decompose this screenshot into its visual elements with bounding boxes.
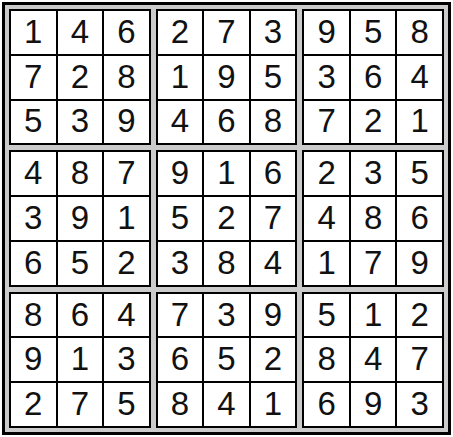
cell-r6c8[interactable]: 7 bbox=[350, 241, 397, 286]
cell-r9c2[interactable]: 7 bbox=[57, 382, 104, 427]
cell-r3c4[interactable]: 4 bbox=[157, 100, 204, 145]
box-r1c1: 916527384 bbox=[156, 150, 298, 286]
cell-r3c8[interactable]: 2 bbox=[350, 100, 397, 145]
box-r1c0: 487391652 bbox=[9, 150, 151, 286]
cell-r1c5[interactable]: 7 bbox=[203, 10, 250, 55]
cell-r1c6[interactable]: 3 bbox=[250, 10, 297, 55]
cell-r3c2[interactable]: 3 bbox=[57, 100, 104, 145]
box-r0c2: 958364721 bbox=[302, 9, 444, 145]
cell-r2c4[interactable]: 1 bbox=[157, 55, 204, 100]
cell-r6c1[interactable]: 6 bbox=[10, 241, 57, 286]
cell-r8c7[interactable]: 8 bbox=[303, 337, 350, 382]
cell-r6c6[interactable]: 4 bbox=[250, 241, 297, 286]
cell-r1c1[interactable]: 1 bbox=[10, 10, 57, 55]
cell-r7c1[interactable]: 8 bbox=[10, 293, 57, 338]
cell-r3c1[interactable]: 5 bbox=[10, 100, 57, 145]
cell-r8c4[interactable]: 6 bbox=[157, 337, 204, 382]
cell-r8c8[interactable]: 4 bbox=[350, 337, 397, 382]
cell-r2c1[interactable]: 7 bbox=[10, 55, 57, 100]
cell-r8c6[interactable]: 2 bbox=[250, 337, 297, 382]
box-r0c0: 146728539 bbox=[9, 9, 151, 145]
cell-r8c5[interactable]: 5 bbox=[203, 337, 250, 382]
cell-r1c3[interactable]: 6 bbox=[103, 10, 150, 55]
cell-r7c8[interactable]: 1 bbox=[350, 293, 397, 338]
sudoku-board-frame: 1467285392731954689583647214873916529165… bbox=[2, 2, 451, 435]
cell-r9c5[interactable]: 4 bbox=[203, 382, 250, 427]
cell-r3c3[interactable]: 9 bbox=[103, 100, 150, 145]
cell-r5c2[interactable]: 9 bbox=[57, 196, 104, 241]
cell-r4c4[interactable]: 9 bbox=[157, 151, 204, 196]
box-r2c0: 864913275 bbox=[9, 292, 151, 428]
cell-r2c7[interactable]: 3 bbox=[303, 55, 350, 100]
cell-r9c9[interactable]: 3 bbox=[396, 382, 443, 427]
sudoku-board: 1467285392731954689583647214873916529165… bbox=[9, 9, 444, 428]
cell-r4c6[interactable]: 6 bbox=[250, 151, 297, 196]
cell-r4c7[interactable]: 2 bbox=[303, 151, 350, 196]
cell-r5c7[interactable]: 4 bbox=[303, 196, 350, 241]
cell-r6c3[interactable]: 2 bbox=[103, 241, 150, 286]
cell-r7c9[interactable]: 2 bbox=[396, 293, 443, 338]
cell-r7c2[interactable]: 6 bbox=[57, 293, 104, 338]
cell-r8c1[interactable]: 9 bbox=[10, 337, 57, 382]
box-r2c1: 739652841 bbox=[156, 292, 298, 428]
cell-r6c7[interactable]: 1 bbox=[303, 241, 350, 286]
cell-r4c5[interactable]: 1 bbox=[203, 151, 250, 196]
box-r0c1: 273195468 bbox=[156, 9, 298, 145]
cell-r9c6[interactable]: 1 bbox=[250, 382, 297, 427]
cell-r2c5[interactable]: 9 bbox=[203, 55, 250, 100]
cell-r5c8[interactable]: 8 bbox=[350, 196, 397, 241]
cell-r9c3[interactable]: 5 bbox=[103, 382, 150, 427]
cell-r7c3[interactable]: 4 bbox=[103, 293, 150, 338]
cell-r3c7[interactable]: 7 bbox=[303, 100, 350, 145]
cell-r1c9[interactable]: 8 bbox=[396, 10, 443, 55]
cell-r9c8[interactable]: 9 bbox=[350, 382, 397, 427]
cell-r2c3[interactable]: 8 bbox=[103, 55, 150, 100]
cell-r1c8[interactable]: 5 bbox=[350, 10, 397, 55]
cell-r6c9[interactable]: 9 bbox=[396, 241, 443, 286]
cell-r3c9[interactable]: 1 bbox=[396, 100, 443, 145]
cell-r4c1[interactable]: 4 bbox=[10, 151, 57, 196]
cell-r9c1[interactable]: 2 bbox=[10, 382, 57, 427]
cell-r8c2[interactable]: 1 bbox=[57, 337, 104, 382]
cell-r9c7[interactable]: 6 bbox=[303, 382, 350, 427]
cell-r2c6[interactable]: 5 bbox=[250, 55, 297, 100]
cell-r9c4[interactable]: 8 bbox=[157, 382, 204, 427]
cell-r6c4[interactable]: 3 bbox=[157, 241, 204, 286]
cell-r6c5[interactable]: 8 bbox=[203, 241, 250, 286]
cell-r3c6[interactable]: 8 bbox=[250, 100, 297, 145]
box-r1c2: 235486179 bbox=[302, 150, 444, 286]
cell-r1c2[interactable]: 4 bbox=[57, 10, 104, 55]
cell-r7c6[interactable]: 9 bbox=[250, 293, 297, 338]
cell-r5c6[interactable]: 7 bbox=[250, 196, 297, 241]
cell-r5c1[interactable]: 3 bbox=[10, 196, 57, 241]
cell-r8c3[interactable]: 3 bbox=[103, 337, 150, 382]
cell-r4c2[interactable]: 8 bbox=[57, 151, 104, 196]
cell-r2c8[interactable]: 6 bbox=[350, 55, 397, 100]
cell-r2c9[interactable]: 4 bbox=[396, 55, 443, 100]
cell-r4c3[interactable]: 7 bbox=[103, 151, 150, 196]
cell-r5c9[interactable]: 6 bbox=[396, 196, 443, 241]
cell-r4c9[interactable]: 5 bbox=[396, 151, 443, 196]
cell-r2c2[interactable]: 2 bbox=[57, 55, 104, 100]
cell-r7c5[interactable]: 3 bbox=[203, 293, 250, 338]
cell-r3c5[interactable]: 6 bbox=[203, 100, 250, 145]
cell-r1c7[interactable]: 9 bbox=[303, 10, 350, 55]
cell-r1c4[interactable]: 2 bbox=[157, 10, 204, 55]
cell-r6c2[interactable]: 5 bbox=[57, 241, 104, 286]
cell-r5c5[interactable]: 2 bbox=[203, 196, 250, 241]
sudoku-page: 1467285392731954689583647214873916529165… bbox=[0, 0, 453, 437]
cell-r7c7[interactable]: 5 bbox=[303, 293, 350, 338]
cell-r7c4[interactable]: 7 bbox=[157, 293, 204, 338]
cell-r5c3[interactable]: 1 bbox=[103, 196, 150, 241]
box-r2c2: 512847693 bbox=[302, 292, 444, 428]
cell-r8c9[interactable]: 7 bbox=[396, 337, 443, 382]
cell-r4c8[interactable]: 3 bbox=[350, 151, 397, 196]
cell-r5c4[interactable]: 5 bbox=[157, 196, 204, 241]
